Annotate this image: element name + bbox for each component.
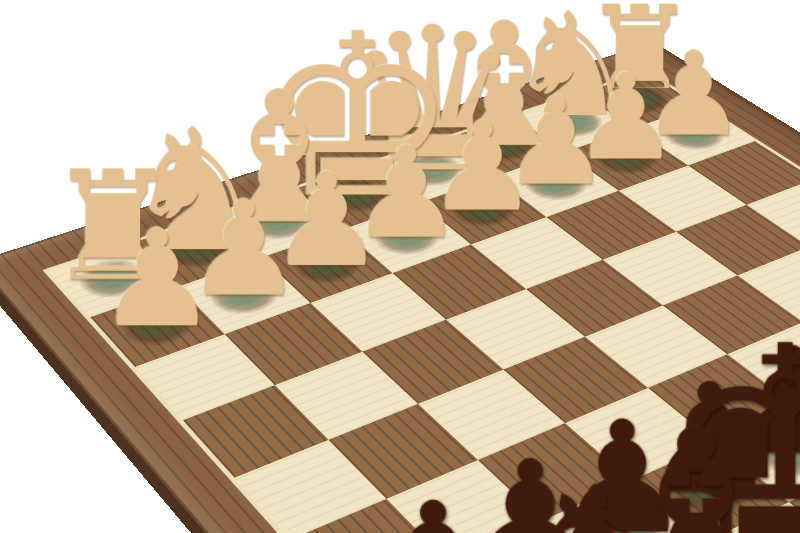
chess-board: ♜♞♝♛♚♝♞♜♟♟♟♟♟♟♟♟♟♟♟♟♟♟♟♟♜♞♝♛♚♝♞♜ [0, 41, 800, 533]
product-photo-scene: ♜♞♝♛♚♝♞♜♟♟♟♟♟♟♟♟♟♟♟♟♟♟♟♟♜♞♝♛♚♝♞♜ [0, 0, 800, 533]
black-rook-glyph: ♜ [414, 525, 591, 533]
photo-viewport: ♜♞♝♛♚♝♞♜♟♟♟♟♟♟♟♟♟♟♟♟♟♟♟♟♜♞♝♛♚♝♞♜ [0, 0, 800, 533]
